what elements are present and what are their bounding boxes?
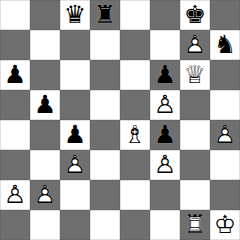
square-a8[interactable] bbox=[0, 0, 30, 30]
black-pawn[interactable]: ♟ bbox=[150, 120, 180, 150]
pawn-glyph: ♟ bbox=[154, 122, 176, 147]
square-b6[interactable] bbox=[30, 60, 60, 90]
queen-glyph: ♛ bbox=[64, 2, 86, 27]
white-pawn[interactable]: ♟♙ bbox=[150, 90, 180, 120]
square-e3[interactable] bbox=[120, 150, 150, 180]
square-c4[interactable]: ♟ bbox=[60, 120, 90, 150]
square-f8[interactable] bbox=[150, 0, 180, 30]
pawn-outline-glyph: ♙ bbox=[34, 182, 56, 207]
square-e7[interactable] bbox=[120, 30, 150, 60]
square-f6[interactable]: ♟ bbox=[150, 60, 180, 90]
black-queen[interactable]: ♛ bbox=[60, 0, 90, 30]
square-d3[interactable] bbox=[90, 150, 120, 180]
square-h1[interactable]: ♚♔ bbox=[210, 210, 240, 240]
black-pawn[interactable]: ♟ bbox=[0, 60, 30, 90]
square-d4[interactable] bbox=[90, 120, 120, 150]
rook-glyph: ♜ bbox=[94, 2, 116, 27]
square-a1[interactable] bbox=[0, 210, 30, 240]
square-g7[interactable]: ♟♙ bbox=[180, 30, 210, 60]
queen-outline-glyph: ♕ bbox=[184, 62, 206, 87]
black-pawn[interactable]: ♟ bbox=[150, 60, 180, 90]
pawn-glyph: ♟ bbox=[154, 62, 176, 87]
square-h8[interactable] bbox=[210, 0, 240, 30]
square-g4[interactable] bbox=[180, 120, 210, 150]
pawn-outline-glyph: ♙ bbox=[214, 122, 236, 147]
square-g2[interactable] bbox=[180, 180, 210, 210]
white-pawn[interactable]: ♟♙ bbox=[30, 180, 60, 210]
square-c2[interactable] bbox=[60, 180, 90, 210]
square-a7[interactable] bbox=[0, 30, 30, 60]
square-b2[interactable]: ♟♙ bbox=[30, 180, 60, 210]
square-d1[interactable] bbox=[90, 210, 120, 240]
square-b3[interactable] bbox=[30, 150, 60, 180]
square-c5[interactable] bbox=[60, 90, 90, 120]
black-pawn[interactable]: ♟ bbox=[30, 90, 60, 120]
square-f2[interactable] bbox=[150, 180, 180, 210]
square-d7[interactable] bbox=[90, 30, 120, 60]
pawn-outline-glyph: ♙ bbox=[154, 152, 176, 177]
pawn-glyph: ♟ bbox=[64, 122, 86, 147]
square-a4[interactable] bbox=[0, 120, 30, 150]
king-glyph: ♚ bbox=[184, 2, 206, 27]
king-outline-glyph: ♔ bbox=[214, 212, 236, 237]
square-e2[interactable] bbox=[120, 180, 150, 210]
black-pawn[interactable]: ♟ bbox=[60, 120, 90, 150]
square-b5[interactable]: ♟ bbox=[30, 90, 60, 120]
square-e8[interactable] bbox=[120, 0, 150, 30]
square-h2[interactable] bbox=[210, 180, 240, 210]
square-e4[interactable]: ♝♗ bbox=[120, 120, 150, 150]
white-pawn[interactable]: ♟♙ bbox=[180, 30, 210, 60]
pawn-outline-glyph: ♙ bbox=[4, 182, 26, 207]
black-king[interactable]: ♚ bbox=[180, 0, 210, 30]
square-h5[interactable] bbox=[210, 90, 240, 120]
white-pawn[interactable]: ♟♙ bbox=[210, 120, 240, 150]
square-g3[interactable] bbox=[180, 150, 210, 180]
pawn-outline-glyph: ♙ bbox=[64, 152, 86, 177]
bishop-outline-glyph: ♗ bbox=[124, 122, 146, 147]
square-d8[interactable]: ♜ bbox=[90, 0, 120, 30]
square-e1[interactable] bbox=[120, 210, 150, 240]
square-b8[interactable] bbox=[30, 0, 60, 30]
square-b4[interactable] bbox=[30, 120, 60, 150]
pawn-glyph: ♟ bbox=[4, 62, 26, 87]
square-h3[interactable] bbox=[210, 150, 240, 180]
square-a5[interactable] bbox=[0, 90, 30, 120]
chess-board: ♛♜♚♟♙♞♟♟♛♕♟♟♙♟♝♗♟♟♙♟♙♟♙♟♙♟♙♜♖♚♔ bbox=[0, 0, 240, 240]
pawn-outline-glyph: ♙ bbox=[184, 32, 206, 57]
square-f3[interactable]: ♟♙ bbox=[150, 150, 180, 180]
square-a3[interactable] bbox=[0, 150, 30, 180]
square-h7[interactable]: ♞ bbox=[210, 30, 240, 60]
square-g6[interactable]: ♛♕ bbox=[180, 60, 210, 90]
square-c3[interactable]: ♟♙ bbox=[60, 150, 90, 180]
white-pawn[interactable]: ♟♙ bbox=[150, 150, 180, 180]
black-knight[interactable]: ♞ bbox=[210, 30, 240, 60]
square-g5[interactable] bbox=[180, 90, 210, 120]
square-a6[interactable]: ♟ bbox=[0, 60, 30, 90]
white-king[interactable]: ♚♔ bbox=[210, 210, 240, 240]
square-a2[interactable]: ♟♙ bbox=[0, 180, 30, 210]
square-f5[interactable]: ♟♙ bbox=[150, 90, 180, 120]
knight-glyph: ♞ bbox=[214, 32, 236, 57]
square-c1[interactable] bbox=[60, 210, 90, 240]
pawn-glyph: ♟ bbox=[34, 92, 56, 117]
square-h6[interactable] bbox=[210, 60, 240, 90]
square-e6[interactable] bbox=[120, 60, 150, 90]
square-d6[interactable] bbox=[90, 60, 120, 90]
square-h4[interactable]: ♟♙ bbox=[210, 120, 240, 150]
square-f1[interactable] bbox=[150, 210, 180, 240]
square-d5[interactable] bbox=[90, 90, 120, 120]
square-e5[interactable] bbox=[120, 90, 150, 120]
white-queen[interactable]: ♛♕ bbox=[180, 60, 210, 90]
white-pawn[interactable]: ♟♙ bbox=[0, 180, 30, 210]
square-f7[interactable] bbox=[150, 30, 180, 60]
square-g8[interactable]: ♚ bbox=[180, 0, 210, 30]
white-bishop[interactable]: ♝♗ bbox=[120, 120, 150, 150]
square-b1[interactable] bbox=[30, 210, 60, 240]
white-pawn[interactable]: ♟♙ bbox=[60, 150, 90, 180]
square-b7[interactable] bbox=[30, 30, 60, 60]
white-rook[interactable]: ♜♖ bbox=[180, 210, 210, 240]
square-g1[interactable]: ♜♖ bbox=[180, 210, 210, 240]
rook-outline-glyph: ♖ bbox=[184, 212, 206, 237]
square-d2[interactable] bbox=[90, 180, 120, 210]
square-c6[interactable] bbox=[60, 60, 90, 90]
square-f4[interactable]: ♟ bbox=[150, 120, 180, 150]
square-c7[interactable] bbox=[60, 30, 90, 60]
pawn-outline-glyph: ♙ bbox=[154, 92, 176, 117]
black-rook[interactable]: ♜ bbox=[90, 0, 120, 30]
square-c8[interactable]: ♛ bbox=[60, 0, 90, 30]
